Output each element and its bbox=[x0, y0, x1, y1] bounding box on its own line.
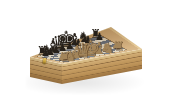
white-rook[interactable]: ♜ bbox=[60, 51, 71, 63]
pieces-layer: ♜♞♝♛♚♝♞♜♟♟♟♟♟♟♟♟♟♟♟♟♟♟♟♟♜♞♝♛♚♝♞♜ bbox=[0, 0, 175, 105]
white-rook[interactable]: ♜ bbox=[114, 40, 125, 52]
chess-set-photo: ♜♞♝♛♚♝♞♜♟♟♟♟♟♟♟♟♟♟♟♟♟♟♟♟♜♞♝♛♚♝♞♜ bbox=[0, 0, 175, 105]
black-pawn[interactable]: ♟ bbox=[41, 48, 50, 58]
